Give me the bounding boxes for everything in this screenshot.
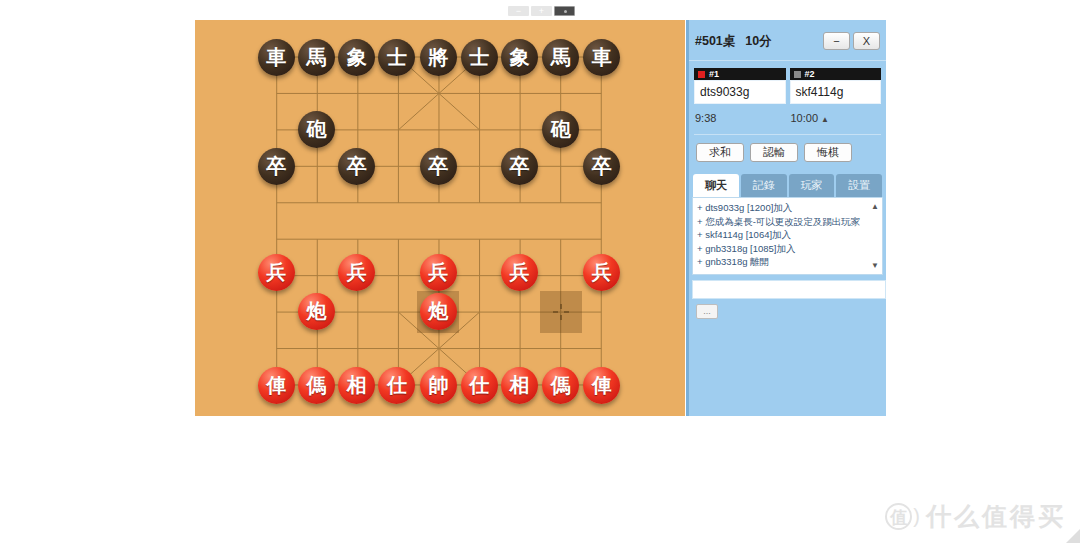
black-side-icon [794,71,801,78]
piece-red-elephant[interactable]: 相 [501,367,538,404]
piece-red-soldier[interactable]: 兵 [583,254,620,291]
game-panel: #501桌10分 − X #1 dts9033g 9:38 [686,20,886,416]
piece-red-chariot[interactable]: 俥 [583,367,620,404]
piece-red-soldier[interactable]: 兵 [338,254,375,291]
piece-black-advisor[interactable]: 士 [378,39,415,76]
top-controls: − + [508,6,575,16]
piece-black-soldier[interactable]: 卒 [501,148,538,185]
piece-red-horse[interactable]: 傌 [298,367,335,404]
crosshair-icon [553,304,569,320]
piece-black-elephant[interactable]: 象 [338,39,375,76]
player-2: #2 skf4114g 10:00 ▲ [790,68,882,124]
piece-black-soldier[interactable]: 卒 [583,148,620,185]
dark-mini-button[interactable] [554,6,575,16]
draw-offer-button[interactable]: 求和 [696,143,744,162]
chat-message: + skf4114g [1064]加入 [697,228,868,242]
piece-red-soldier[interactable]: 兵 [420,254,457,291]
chat-message: + dts9033g [1200]加入 [697,201,868,215]
watermark-logo: 值 [885,503,912,530]
player-2-seat: #2 [805,69,815,79]
scroll-down-icon[interactable]: ▼ [871,261,879,270]
player-2-time: 10:00 ▲ [790,104,882,124]
piece-red-elephant[interactable]: 相 [338,367,375,404]
panel-header: #501桌10分 − X [689,20,886,61]
player-2-seat-bar: #2 [790,68,882,80]
piece-black-soldier[interactable]: 卒 [258,148,295,185]
tab-chat[interactable]: 聊天 [693,174,739,197]
piece-layer: 車馬象士將士象馬車砲砲卒卒卒卒卒兵兵兵兵兵炮炮俥傌相仕帥仕相傌俥 [256,39,622,404]
chat-message: + gnb3318g 離開 [697,255,868,269]
piece-black-soldier[interactable]: 卒 [338,148,375,185]
undo-button[interactable]: 悔棋 [804,143,852,162]
piece-red-general[interactable]: 帥 [420,367,457,404]
piece-red-cannon[interactable]: 炮 [298,293,335,330]
piece-black-cannon[interactable]: 砲 [298,111,335,148]
tab-settings[interactable]: 設置 [836,174,882,197]
table-title: #501桌10分 [695,33,772,50]
tab-players[interactable]: 玩家 [789,174,835,197]
actions-bar: 求和認輸悔棋 [689,135,886,162]
player-2-turn-marker: ▲ [821,115,829,124]
zoom-out-button[interactable]: − [508,6,529,16]
player-1-name: dts9033g [694,80,786,104]
chat-message: + 您成為桌長-可以更改設定及踢出玩家 [697,215,868,229]
minimize-button[interactable]: − [823,32,850,50]
zoom-in-button[interactable]: + [531,6,552,16]
scroll-up-icon[interactable]: ▲ [871,202,879,211]
piece-black-chariot[interactable]: 車 [258,39,295,76]
piece-black-advisor[interactable]: 士 [461,39,498,76]
piece-black-chariot[interactable]: 車 [583,39,620,76]
chat-messages: ▲ + dts9033g [1200]加入+ 您成為桌長-可以更改設定及踢出玩家… [692,197,883,275]
page: − + 車馬象士將士象馬車砲砲卒卒卒卒卒兵兵兵兵兵炮炮俥傌相仕帥仕相傌俥 #50… [0,0,1080,543]
piece-red-advisor[interactable]: 仕 [461,367,498,404]
piece-red-cannon[interactable]: 炮 [420,293,457,330]
piece-black-soldier[interactable]: 卒 [420,148,457,185]
last-move-from [540,291,582,333]
piece-black-general[interactable]: 將 [420,39,457,76]
player-2-name: skf4114g [790,80,882,104]
watermark: 值 ) 什么值得买 [885,500,1066,533]
piece-red-horse[interactable]: 傌 [542,367,579,404]
dot-icon [564,10,567,13]
close-button[interactable]: X [853,32,880,50]
tab-record[interactable]: 記錄 [741,174,787,197]
player-1-time: 9:38 [694,104,786,124]
piece-red-advisor[interactable]: 仕 [378,367,415,404]
piece-red-soldier[interactable]: 兵 [258,254,295,291]
chat-message: + gnb3318g [1085]加入 [697,242,868,256]
xiangqi-board: 車馬象士將士象馬車砲砲卒卒卒卒卒兵兵兵兵兵炮炮俥傌相仕帥仕相傌俥 [195,20,685,416]
resign-button[interactable]: 認輸 [750,143,798,162]
chat-input[interactable] [692,280,886,299]
players-section: #1 dts9033g 9:38 #2 skf4114g 10:00 ▲ [689,61,886,124]
piece-black-elephant[interactable]: 象 [501,39,538,76]
player-1-seat-bar: #1 [694,68,786,80]
piece-black-horse[interactable]: 馬 [298,39,335,76]
corner-triangle [1066,529,1080,543]
red-side-icon [698,71,705,78]
piece-red-soldier[interactable]: 兵 [501,254,538,291]
piece-red-chariot[interactable]: 俥 [258,367,295,404]
piece-black-cannon[interactable]: 砲 [542,111,579,148]
piece-black-horse[interactable]: 馬 [542,39,579,76]
tab-bar: 聊天記錄玩家設置 [689,162,886,197]
watermark-text: 什么值得买 [926,500,1066,533]
player-1-seat: #1 [709,69,719,79]
player-1: #1 dts9033g 9:38 [694,68,786,124]
more-button[interactable]: ... [696,304,718,319]
